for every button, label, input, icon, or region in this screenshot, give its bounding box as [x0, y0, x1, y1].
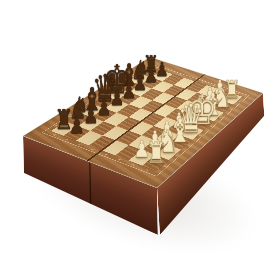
- fold-seam-side: [89, 163, 91, 209]
- chess-set-photo: aa88bb77cc66dd55ee44ff33gg22hh11 ♜♟♞♟♝♟♚…: [0, 0, 270, 270]
